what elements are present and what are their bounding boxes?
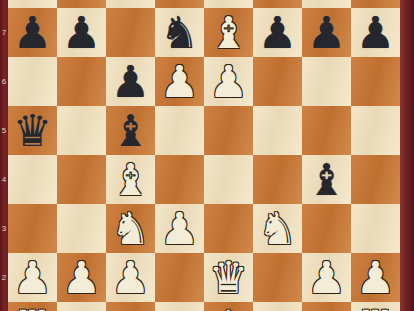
black-queen-a5[interactable]: ♛ [13, 106, 52, 155]
black-pawn-a7[interactable]: ♟ [13, 8, 52, 57]
square-c5[interactable]: ♝ [106, 106, 155, 155]
square-c7[interactable] [106, 8, 155, 57]
white-pawn-d3[interactable]: ♟ [160, 204, 199, 253]
black-bishop-c5[interactable]: ♝ [111, 106, 150, 155]
square-d1[interactable] [155, 302, 204, 311]
square-f5[interactable] [253, 106, 302, 155]
square-c4[interactable]: ♝ [106, 155, 155, 204]
white-pawn-b2[interactable]: ♟ [62, 253, 101, 302]
black-pawn-b7[interactable]: ♟ [62, 8, 101, 57]
square-g3[interactable] [302, 204, 351, 253]
white-rook-h1[interactable]: ♜ [356, 302, 395, 311]
square-a6[interactable] [8, 57, 57, 106]
black-pawn-c6[interactable]: ♟ [111, 57, 150, 106]
square-h6[interactable] [351, 57, 400, 106]
square-g5[interactable] [302, 106, 351, 155]
square-a2[interactable]: ♟ [8, 253, 57, 302]
white-rook-a1[interactable]: ♜ [13, 302, 52, 311]
board-right-frame [400, 0, 414, 311]
square-b5[interactable] [57, 106, 106, 155]
white-pawn-e6[interactable]: ♟ [209, 57, 248, 106]
square-h1[interactable]: ♜ [351, 302, 400, 311]
black-bishop-g4[interactable]: ♝ [307, 155, 346, 204]
rank-label-5: 5 [0, 127, 8, 135]
black-pawn-h7[interactable]: ♟ [356, 8, 395, 57]
square-c6[interactable]: ♟ [106, 57, 155, 106]
black-pawn-g7[interactable]: ♟ [307, 8, 346, 57]
square-b2[interactable]: ♟ [57, 253, 106, 302]
square-b3[interactable] [57, 204, 106, 253]
square-f7[interactable]: ♟ [253, 8, 302, 57]
white-bishop-e7[interactable]: ♝ [209, 8, 248, 57]
white-queen-e2[interactable]: ♛ [209, 253, 248, 302]
square-b1[interactable] [57, 302, 106, 311]
square-d7[interactable]: ♞ [155, 8, 204, 57]
square-a3[interactable] [8, 204, 57, 253]
square-g1[interactable] [302, 302, 351, 311]
white-pawn-d6[interactable]: ♟ [160, 57, 199, 106]
black-knight-d7[interactable]: ♞ [160, 8, 199, 57]
square-h4[interactable] [351, 155, 400, 204]
square-g7[interactable]: ♟ [302, 8, 351, 57]
square-e7[interactable]: ♝ [204, 8, 253, 57]
square-f6[interactable] [253, 57, 302, 106]
square-d2[interactable] [155, 253, 204, 302]
square-d3[interactable]: ♟ [155, 204, 204, 253]
white-bishop-c4[interactable]: ♝ [111, 155, 150, 204]
square-f1[interactable] [253, 302, 302, 311]
square-e2[interactable]: ♛ [204, 253, 253, 302]
square-h5[interactable] [351, 106, 400, 155]
square-c3[interactable]: ♞ [106, 204, 155, 253]
square-a4[interactable] [8, 155, 57, 204]
square-c2[interactable]: ♟ [106, 253, 155, 302]
board-left-frame [0, 0, 8, 311]
square-b6[interactable] [57, 57, 106, 106]
rank-label-2: 2 [0, 274, 8, 282]
square-h3[interactable] [351, 204, 400, 253]
square-g2[interactable]: ♟ [302, 253, 351, 302]
square-e4[interactable] [204, 155, 253, 204]
white-knight-f3[interactable]: ♞ [258, 204, 297, 253]
square-h2[interactable]: ♟ [351, 253, 400, 302]
square-c8[interactable] [106, 0, 155, 8]
square-d4[interactable] [155, 155, 204, 204]
rank-label-3: 3 [0, 225, 8, 233]
square-f2[interactable] [253, 253, 302, 302]
square-a7[interactable]: ♟ [8, 8, 57, 57]
square-c1[interactable] [106, 302, 155, 311]
square-h7[interactable]: ♟ [351, 8, 400, 57]
square-g6[interactable] [302, 57, 351, 106]
square-b4[interactable] [57, 155, 106, 204]
square-e1[interactable]: ♚ [204, 302, 253, 311]
white-knight-c3[interactable]: ♞ [111, 204, 150, 253]
square-g4[interactable]: ♝ [302, 155, 351, 204]
chess-board-view: { "game": "chess", "position": { "fen_bo… [0, 0, 414, 311]
square-d6[interactable]: ♟ [155, 57, 204, 106]
square-e6[interactable]: ♟ [204, 57, 253, 106]
square-f4[interactable] [253, 155, 302, 204]
rank-label-7: 7 [0, 29, 8, 37]
white-pawn-h2[interactable]: ♟ [356, 253, 395, 302]
white-king-e1[interactable]: ♚ [209, 302, 248, 311]
square-f3[interactable]: ♞ [253, 204, 302, 253]
rank-label-4: 4 [0, 176, 8, 184]
white-pawn-c2[interactable]: ♟ [111, 253, 150, 302]
square-a5[interactable]: ♛ [8, 106, 57, 155]
square-e5[interactable] [204, 106, 253, 155]
chess-board: ♜♚♞♜♟♟♞♝♟♟♟♟♟♟♛♝♝♝♞♟♞♟♟♟♛♟♟♜♚♜ [8, 0, 400, 311]
square-d5[interactable] [155, 106, 204, 155]
square-a1[interactable]: ♜ [8, 302, 57, 311]
white-pawn-a2[interactable]: ♟ [13, 253, 52, 302]
rank-label-6: 6 [0, 78, 8, 86]
white-pawn-g2[interactable]: ♟ [307, 253, 346, 302]
square-b7[interactable]: ♟ [57, 8, 106, 57]
square-e3[interactable] [204, 204, 253, 253]
black-pawn-f7[interactable]: ♟ [258, 8, 297, 57]
